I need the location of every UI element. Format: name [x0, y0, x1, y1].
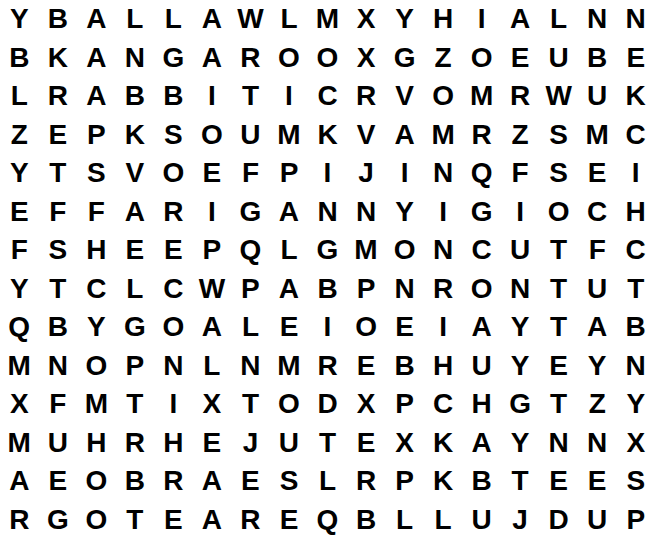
grid-cell[interactable]: Q: [231, 231, 270, 270]
grid-cell[interactable]: I: [616, 154, 655, 193]
grid-cell[interactable]: G: [501, 385, 540, 424]
grid-cell[interactable]: L: [539, 0, 578, 39]
grid-cell[interactable]: I: [154, 385, 193, 424]
grid-cell[interactable]: A: [385, 116, 424, 155]
grid-cell[interactable]: M: [270, 347, 309, 386]
grid-cell[interactable]: G: [385, 39, 424, 78]
grid-cell[interactable]: N: [424, 231, 463, 270]
grid-cell[interactable]: A: [116, 193, 155, 232]
grid-cell[interactable]: P: [385, 462, 424, 501]
grid-cell[interactable]: E: [347, 347, 386, 386]
grid-cell[interactable]: E: [539, 347, 578, 386]
grid-cell[interactable]: U: [501, 231, 540, 270]
grid-cell[interactable]: N: [385, 270, 424, 309]
grid-cell[interactable]: T: [39, 154, 78, 193]
grid-cell[interactable]: F: [77, 193, 116, 232]
grid-cell[interactable]: M: [578, 116, 617, 155]
grid-cell[interactable]: S: [539, 116, 578, 155]
grid-cell[interactable]: U: [462, 501, 501, 539]
grid-cell[interactable]: E: [616, 39, 655, 78]
grid-cell[interactable]: E: [578, 462, 617, 501]
grid-cell[interactable]: N: [424, 154, 463, 193]
grid-cell[interactable]: L: [154, 0, 193, 39]
grid-cell[interactable]: U: [539, 39, 578, 78]
grid-cell[interactable]: H: [77, 231, 116, 270]
grid-cell[interactable]: F: [0, 231, 39, 270]
grid-cell[interactable]: E: [39, 462, 78, 501]
grid-cell[interactable]: L: [270, 0, 309, 39]
grid-cell[interactable]: C: [616, 116, 655, 155]
grid-cell[interactable]: B: [0, 39, 39, 78]
grid-cell[interactable]: U: [39, 424, 78, 463]
grid-cell[interactable]: S: [270, 462, 309, 501]
grid-cell[interactable]: E: [154, 231, 193, 270]
grid-cell[interactable]: T: [231, 385, 270, 424]
grid-cell[interactable]: B: [385, 347, 424, 386]
grid-cell[interactable]: B: [347, 501, 386, 539]
grid-cell[interactable]: E: [385, 308, 424, 347]
grid-cell[interactable]: O: [193, 116, 232, 155]
grid-cell[interactable]: A: [193, 501, 232, 539]
grid-cell[interactable]: H: [77, 424, 116, 463]
grid-cell[interactable]: A: [193, 462, 232, 501]
grid-cell[interactable]: K: [424, 424, 463, 463]
grid-cell[interactable]: R: [347, 462, 386, 501]
grid-cell[interactable]: Z: [578, 385, 617, 424]
grid-cell[interactable]: S: [77, 154, 116, 193]
grid-cell[interactable]: T: [616, 270, 655, 309]
grid-cell[interactable]: K: [116, 116, 155, 155]
grid-cell[interactable]: L: [424, 501, 463, 539]
grid-cell[interactable]: T: [539, 231, 578, 270]
grid-cell[interactable]: R: [39, 77, 78, 116]
grid-cell[interactable]: G: [39, 501, 78, 539]
grid-cell[interactable]: L: [116, 270, 155, 309]
grid-cell[interactable]: H: [424, 0, 463, 39]
grid-cell[interactable]: O: [154, 308, 193, 347]
grid-cell[interactable]: B: [39, 308, 78, 347]
grid-cell[interactable]: V: [385, 77, 424, 116]
grid-cell[interactable]: Y: [578, 347, 617, 386]
grid-cell[interactable]: A: [0, 462, 39, 501]
grid-cell[interactable]: M: [77, 385, 116, 424]
grid-cell[interactable]: Y: [0, 270, 39, 309]
grid-cell[interactable]: C: [462, 231, 501, 270]
grid-cell[interactable]: X: [616, 424, 655, 463]
grid-cell[interactable]: B: [154, 77, 193, 116]
grid-cell[interactable]: G: [116, 308, 155, 347]
grid-cell[interactable]: R: [154, 462, 193, 501]
grid-cell[interactable]: C: [424, 385, 463, 424]
grid-cell[interactable]: B: [578, 39, 617, 78]
grid-cell[interactable]: M: [0, 347, 39, 386]
grid-cell[interactable]: E: [154, 501, 193, 539]
grid-cell[interactable]: E: [539, 462, 578, 501]
grid-cell[interactable]: W: [231, 0, 270, 39]
grid-cell[interactable]: C: [616, 231, 655, 270]
grid-cell[interactable]: L: [193, 347, 232, 386]
grid-cell[interactable]: F: [39, 193, 78, 232]
grid-cell[interactable]: U: [578, 77, 617, 116]
grid-cell[interactable]: Z: [424, 39, 463, 78]
grid-cell[interactable]: S: [539, 154, 578, 193]
word-search-grid: YBALLAWLMXYHIALNNBKANGAROOXGZOEUBELRABBI…: [0, 0, 655, 539]
grid-cell[interactable]: J: [231, 424, 270, 463]
grid-cell[interactable]: O: [385, 231, 424, 270]
grid-cell[interactable]: Y: [385, 193, 424, 232]
grid-cell[interactable]: E: [501, 39, 540, 78]
grid-cell[interactable]: G: [462, 193, 501, 232]
grid-cell[interactable]: Y: [501, 308, 540, 347]
grid-cell[interactable]: O: [270, 39, 309, 78]
grid-cell[interactable]: E: [231, 462, 270, 501]
grid-cell[interactable]: A: [193, 308, 232, 347]
grid-cell[interactable]: I: [308, 308, 347, 347]
grid-cell[interactable]: A: [77, 39, 116, 78]
grid-cell[interactable]: K: [39, 39, 78, 78]
grid-cell[interactable]: N: [347, 193, 386, 232]
grid-cell[interactable]: L: [0, 77, 39, 116]
grid-cell[interactable]: V: [347, 116, 386, 155]
grid-cell[interactable]: X: [0, 385, 39, 424]
grid-cell[interactable]: L: [270, 231, 309, 270]
grid-cell[interactable]: Z: [0, 116, 39, 155]
grid-cell[interactable]: A: [77, 0, 116, 39]
grid-cell[interactable]: B: [462, 462, 501, 501]
grid-cell[interactable]: H: [616, 193, 655, 232]
grid-cell[interactable]: N: [539, 424, 578, 463]
grid-cell[interactable]: N: [231, 347, 270, 386]
grid-cell[interactable]: D: [308, 385, 347, 424]
grid-cell[interactable]: I: [424, 308, 463, 347]
grid-cell[interactable]: R: [0, 501, 39, 539]
grid-cell[interactable]: Y: [0, 0, 39, 39]
grid-cell[interactable]: G: [231, 193, 270, 232]
grid-cell[interactable]: H: [424, 347, 463, 386]
grid-cell[interactable]: U: [270, 424, 309, 463]
grid-cell[interactable]: X: [347, 385, 386, 424]
grid-cell[interactable]: T: [39, 270, 78, 309]
grid-cell[interactable]: P: [193, 231, 232, 270]
grid-cell[interactable]: E: [193, 424, 232, 463]
grid-cell[interactable]: N: [616, 347, 655, 386]
grid-cell[interactable]: C: [154, 270, 193, 309]
grid-cell[interactable]: J: [501, 501, 540, 539]
grid-cell[interactable]: O: [347, 308, 386, 347]
grid-cell[interactable]: F: [578, 231, 617, 270]
grid-cell[interactable]: N: [616, 0, 655, 39]
grid-cell[interactable]: B: [116, 462, 155, 501]
grid-cell[interactable]: I: [308, 154, 347, 193]
grid-cell[interactable]: M: [0, 424, 39, 463]
grid-cell[interactable]: V: [116, 154, 155, 193]
grid-cell[interactable]: L: [231, 308, 270, 347]
grid-cell[interactable]: F: [231, 154, 270, 193]
grid-cell[interactable]: K: [616, 77, 655, 116]
grid-cell[interactable]: N: [308, 193, 347, 232]
grid-cell[interactable]: W: [193, 270, 232, 309]
grid-cell[interactable]: F: [39, 385, 78, 424]
grid-cell[interactable]: R: [462, 116, 501, 155]
grid-cell[interactable]: A: [193, 0, 232, 39]
grid-cell[interactable]: O: [308, 39, 347, 78]
grid-cell[interactable]: E: [193, 154, 232, 193]
grid-cell[interactable]: Y: [385, 0, 424, 39]
grid-cell[interactable]: O: [462, 270, 501, 309]
grid-cell[interactable]: X: [347, 0, 386, 39]
grid-cell[interactable]: C: [578, 193, 617, 232]
grid-cell[interactable]: O: [77, 462, 116, 501]
grid-cell[interactable]: L: [308, 462, 347, 501]
grid-cell[interactable]: E: [116, 231, 155, 270]
grid-cell[interactable]: O: [77, 347, 116, 386]
grid-cell[interactable]: E: [578, 154, 617, 193]
grid-cell[interactable]: R: [231, 39, 270, 78]
grid-cell[interactable]: F: [501, 154, 540, 193]
grid-cell[interactable]: N: [501, 270, 540, 309]
grid-cell[interactable]: K: [308, 116, 347, 155]
grid-cell[interactable]: G: [308, 231, 347, 270]
grid-cell[interactable]: N: [578, 0, 617, 39]
grid-cell[interactable]: B: [616, 308, 655, 347]
grid-cell[interactable]: Y: [0, 154, 39, 193]
grid-cell[interactable]: A: [270, 270, 309, 309]
grid-cell[interactable]: A: [270, 193, 309, 232]
grid-cell[interactable]: P: [385, 385, 424, 424]
grid-cell[interactable]: E: [270, 308, 309, 347]
grid-cell[interactable]: I: [462, 0, 501, 39]
grid-cell[interactable]: Y: [77, 308, 116, 347]
grid-cell[interactable]: A: [77, 77, 116, 116]
grid-cell[interactable]: Q: [0, 308, 39, 347]
grid-cell[interactable]: Z: [501, 116, 540, 155]
grid-cell[interactable]: U: [462, 347, 501, 386]
grid-cell[interactable]: W: [539, 77, 578, 116]
grid-cell[interactable]: Q: [308, 501, 347, 539]
grid-cell[interactable]: P: [270, 154, 309, 193]
grid-cell[interactable]: T: [501, 462, 540, 501]
grid-cell[interactable]: R: [116, 424, 155, 463]
grid-cell[interactable]: R: [424, 270, 463, 309]
grid-cell[interactable]: Q: [462, 154, 501, 193]
grid-cell[interactable]: M: [347, 231, 386, 270]
grid-cell[interactable]: O: [77, 501, 116, 539]
grid-cell[interactable]: X: [385, 424, 424, 463]
grid-cell[interactable]: I: [424, 193, 463, 232]
grid-cell[interactable]: M: [462, 77, 501, 116]
grid-cell[interactable]: G: [154, 39, 193, 78]
grid-cell[interactable]: O: [154, 154, 193, 193]
grid-cell[interactable]: P: [616, 501, 655, 539]
grid-cell[interactable]: D: [539, 501, 578, 539]
grid-cell[interactable]: P: [77, 116, 116, 155]
grid-cell[interactable]: O: [270, 385, 309, 424]
grid-cell[interactable]: H: [154, 424, 193, 463]
grid-cell[interactable]: M: [308, 0, 347, 39]
grid-cell[interactable]: N: [39, 347, 78, 386]
grid-cell[interactable]: O: [424, 77, 463, 116]
grid-cell[interactable]: K: [424, 462, 463, 501]
grid-cell[interactable]: B: [116, 77, 155, 116]
grid-cell[interactable]: P: [231, 270, 270, 309]
grid-cell[interactable]: I: [193, 77, 232, 116]
grid-cell[interactable]: B: [39, 0, 78, 39]
grid-cell[interactable]: R: [501, 77, 540, 116]
grid-cell[interactable]: P: [347, 270, 386, 309]
grid-cell[interactable]: T: [231, 77, 270, 116]
grid-cell[interactable]: I: [270, 77, 309, 116]
grid-cell[interactable]: T: [308, 424, 347, 463]
grid-cell[interactable]: Y: [501, 424, 540, 463]
grid-cell[interactable]: L: [116, 0, 155, 39]
grid-cell[interactable]: H: [462, 385, 501, 424]
grid-cell[interactable]: R: [347, 77, 386, 116]
grid-cell[interactable]: T: [116, 385, 155, 424]
grid-cell[interactable]: C: [308, 77, 347, 116]
grid-cell[interactable]: U: [231, 116, 270, 155]
grid-cell[interactable]: N: [154, 347, 193, 386]
grid-cell[interactable]: A: [462, 424, 501, 463]
grid-cell[interactable]: S: [39, 231, 78, 270]
grid-cell[interactable]: N: [578, 424, 617, 463]
grid-cell[interactable]: E: [39, 116, 78, 155]
grid-cell[interactable]: P: [116, 347, 155, 386]
grid-cell[interactable]: N: [116, 39, 155, 78]
grid-cell[interactable]: C: [77, 270, 116, 309]
grid-cell[interactable]: R: [231, 501, 270, 539]
grid-cell[interactable]: T: [539, 308, 578, 347]
grid-cell[interactable]: X: [193, 385, 232, 424]
grid-cell[interactable]: S: [154, 116, 193, 155]
grid-cell[interactable]: B: [308, 270, 347, 309]
grid-cell[interactable]: R: [308, 347, 347, 386]
grid-cell[interactable]: T: [539, 385, 578, 424]
grid-cell[interactable]: E: [270, 501, 309, 539]
grid-cell[interactable]: Y: [501, 347, 540, 386]
grid-cell[interactable]: J: [347, 154, 386, 193]
grid-cell[interactable]: T: [116, 501, 155, 539]
grid-cell[interactable]: O: [539, 193, 578, 232]
grid-cell[interactable]: M: [270, 116, 309, 155]
grid-cell[interactable]: Y: [616, 385, 655, 424]
grid-cell[interactable]: E: [347, 424, 386, 463]
grid-cell[interactable]: U: [578, 501, 617, 539]
grid-cell[interactable]: T: [539, 270, 578, 309]
grid-cell[interactable]: L: [385, 501, 424, 539]
grid-cell[interactable]: S: [616, 462, 655, 501]
grid-cell[interactable]: R: [154, 193, 193, 232]
grid-cell[interactable]: O: [462, 39, 501, 78]
grid-cell[interactable]: A: [578, 308, 617, 347]
grid-cell[interactable]: E: [0, 193, 39, 232]
grid-cell[interactable]: I: [501, 193, 540, 232]
grid-cell[interactable]: A: [193, 39, 232, 78]
grid-cell[interactable]: M: [424, 116, 463, 155]
grid-cell[interactable]: A: [501, 0, 540, 39]
grid-cell[interactable]: I: [193, 193, 232, 232]
grid-cell[interactable]: I: [385, 154, 424, 193]
grid-cell[interactable]: U: [578, 270, 617, 309]
grid-cell[interactable]: A: [462, 308, 501, 347]
grid-cell[interactable]: X: [347, 39, 386, 78]
